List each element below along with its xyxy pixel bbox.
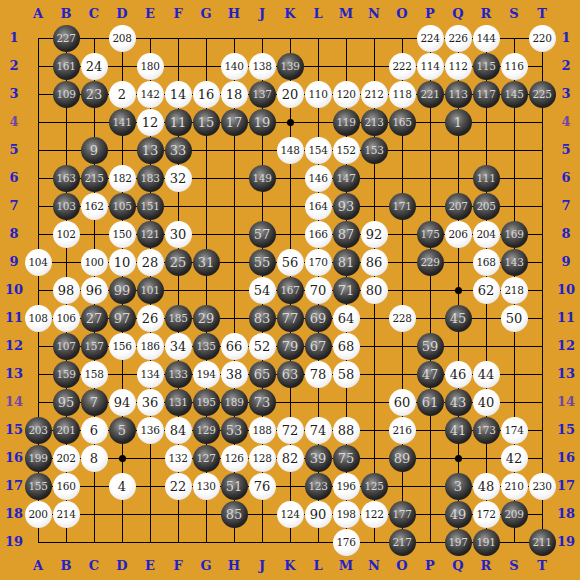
stone-O4-black: 165	[389, 109, 416, 136]
stone-move-number: 201	[57, 424, 76, 436]
stone-move-number: 189	[225, 396, 244, 408]
row-label-right-7[interactable]: 7	[553, 198, 579, 214]
row-label-left-16[interactable]: 16	[1, 450, 27, 466]
stone-P12-black: 59	[417, 333, 444, 360]
stone-B11-white: 106	[53, 305, 80, 332]
stone-A15-black: 203	[25, 417, 52, 444]
stone-L15-white: 74	[305, 417, 332, 444]
stone-D9-white: 10	[109, 249, 136, 276]
stone-move-number: 87	[338, 227, 355, 242]
stone-Q4-black: 1	[445, 109, 472, 136]
col-label-bottom-G[interactable]: G	[196, 558, 216, 574]
stone-K10-black: 167	[277, 277, 304, 304]
stone-move-number: 148	[281, 144, 300, 156]
stone-move-number: 221	[421, 88, 440, 100]
stone-P2-white: 114	[417, 53, 444, 80]
stone-move-number: 80	[366, 283, 383, 298]
stone-E2-white: 180	[137, 53, 164, 80]
stone-move-number: 206	[449, 228, 468, 240]
row-label-left-6[interactable]: 6	[1, 170, 27, 186]
stone-D17-white: 4	[109, 473, 136, 500]
col-label-bottom-C[interactable]: C	[84, 558, 104, 574]
col-label-bottom-B[interactable]: B	[56, 558, 76, 574]
row-label-left-1[interactable]: 1	[1, 30, 27, 46]
stone-move-number: 135	[197, 340, 216, 352]
stone-move-number: 75	[338, 451, 355, 466]
stone-E15-white: 136	[137, 417, 164, 444]
stone-move-number: 216	[393, 424, 412, 436]
stone-M18-white: 198	[333, 501, 360, 528]
row-label-right-6[interactable]: 6	[553, 170, 579, 186]
stone-R15-black: 173	[473, 417, 500, 444]
stone-E8-black: 121	[137, 221, 164, 248]
stone-move-number: 126	[225, 452, 244, 464]
stone-Q1-white: 226	[445, 25, 472, 52]
stone-E4-white: 12	[137, 109, 164, 136]
stone-F13-black: 133	[165, 361, 192, 388]
stone-Q19-black: 197	[445, 529, 472, 556]
col-label-top-S[interactable]: S	[504, 6, 524, 22]
col-label-top-D[interactable]: D	[112, 6, 132, 22]
stone-move-number: 26	[142, 311, 159, 326]
row-label-right-14[interactable]: 14	[553, 394, 579, 410]
col-label-top-O[interactable]: O	[392, 6, 412, 22]
stone-move-number: 5	[118, 423, 126, 438]
col-label-bottom-K[interactable]: K	[280, 558, 300, 574]
col-label-bottom-P[interactable]: P	[420, 558, 440, 574]
stone-move-number: 167	[281, 284, 300, 296]
stone-move-number: 76	[254, 479, 271, 494]
stone-F15-white: 84	[165, 417, 192, 444]
stone-move-number: 78	[310, 367, 327, 382]
stone-N8-white: 92	[361, 221, 388, 248]
col-label-top-F[interactable]: F	[168, 6, 188, 22]
stone-C10-white: 96	[81, 277, 108, 304]
stone-move-number: 229	[421, 256, 440, 268]
stone-move-number: 14	[170, 87, 187, 102]
col-label-bottom-E[interactable]: E	[140, 558, 160, 574]
stone-L11-black: 69	[305, 305, 332, 332]
stone-C13-white: 158	[81, 361, 108, 388]
stone-G16-black: 127	[193, 445, 220, 472]
stone-J9-black: 55	[249, 249, 276, 276]
stone-move-number: 71	[338, 283, 355, 298]
stone-L16-black: 39	[305, 445, 332, 472]
col-label-top-Q[interactable]: Q	[448, 6, 468, 22]
stone-move-number: 175	[421, 228, 440, 240]
stone-C14-black: 7	[81, 389, 108, 416]
stone-M9-black: 81	[333, 249, 360, 276]
stone-move-number: 212	[365, 88, 384, 100]
row-label-right-5[interactable]: 5	[553, 142, 579, 158]
stone-A9-white: 104	[25, 249, 52, 276]
col-label-top-T[interactable]: T	[532, 6, 552, 22]
row-label-right-18[interactable]: 18	[553, 506, 579, 522]
stone-E10-black: 101	[137, 277, 164, 304]
stone-move-number: 58	[338, 367, 355, 382]
stone-B2-black: 161	[53, 53, 80, 80]
col-label-top-L[interactable]: L	[308, 6, 328, 22]
col-label-top-R[interactable]: R	[476, 6, 496, 22]
row-label-left-12[interactable]: 12	[1, 338, 27, 354]
stone-L9-white: 170	[305, 249, 332, 276]
stone-G12-black: 135	[193, 333, 220, 360]
stone-move-number: 198	[337, 508, 356, 520]
stone-move-number: 218	[505, 284, 524, 296]
stone-move-number: 160	[57, 480, 76, 492]
row-label-right-1[interactable]: 1	[553, 30, 579, 46]
stone-K11-black: 77	[277, 305, 304, 332]
col-label-bottom-F[interactable]: F	[168, 558, 188, 574]
row-label-left-10[interactable]: 10	[1, 282, 27, 298]
stone-move-number: 172	[477, 508, 496, 520]
stone-M16-black: 75	[333, 445, 360, 472]
row-label-left-2[interactable]: 2	[1, 58, 27, 74]
row-label-right-3[interactable]: 3	[553, 86, 579, 102]
stone-B18-white: 214	[53, 501, 80, 528]
col-label-top-N[interactable]: N	[364, 6, 384, 22]
stone-K3-white: 20	[277, 81, 304, 108]
stone-G9-black: 31	[193, 249, 220, 276]
stone-move-number: 19	[254, 115, 271, 130]
stone-D11-black: 97	[109, 305, 136, 332]
row-label-right-12[interactable]: 12	[553, 338, 579, 354]
stone-move-number: 214	[57, 508, 76, 520]
stone-move-number: 28	[142, 255, 159, 270]
stone-N3-white: 212	[361, 81, 388, 108]
col-label-bottom-A[interactable]: A	[28, 558, 48, 574]
stone-move-number: 102	[57, 228, 76, 240]
stone-move-number: 20	[282, 87, 299, 102]
row-label-left-9[interactable]: 9	[1, 254, 27, 270]
stone-move-number: 199	[29, 452, 48, 464]
stone-move-number: 77	[282, 311, 299, 326]
stone-move-number: 122	[365, 508, 384, 520]
stone-move-number: 9	[90, 143, 98, 158]
stone-move-number: 141	[113, 116, 132, 128]
stone-move-number: 100	[85, 256, 104, 268]
stone-move-number: 46	[450, 367, 467, 382]
stone-S18-black: 209	[501, 501, 528, 528]
row-label-right-9[interactable]: 9	[553, 254, 579, 270]
stone-J6-black: 149	[249, 165, 276, 192]
stone-move-number: 109	[57, 88, 76, 100]
stone-move-number: 69	[310, 311, 327, 326]
stone-Q11-black: 45	[445, 305, 472, 332]
col-label-top-J[interactable]: J	[252, 6, 272, 22]
stone-move-number: 43	[450, 395, 467, 410]
stone-move-number: 147	[337, 172, 356, 184]
stone-move-number: 202	[57, 452, 76, 464]
stone-R3-black: 117	[473, 81, 500, 108]
row-label-right-13[interactable]: 13	[553, 366, 579, 382]
stone-G14-black: 195	[193, 389, 220, 416]
stone-O14-white: 60	[389, 389, 416, 416]
stone-move-number: 144	[477, 32, 496, 44]
stone-J3-black: 137	[249, 81, 276, 108]
stone-move-number: 171	[393, 200, 412, 212]
stone-L3-white: 110	[305, 81, 332, 108]
stone-move-number: 84	[170, 423, 187, 438]
col-label-top-C[interactable]: C	[84, 6, 104, 22]
stone-move-number: 186	[141, 340, 160, 352]
stone-O11-white: 228	[389, 305, 416, 332]
stone-move-number: 89	[394, 451, 411, 466]
row-label-left-11[interactable]: 11	[1, 310, 27, 326]
stone-move-number: 8	[90, 451, 98, 466]
stone-move-number: 93	[338, 199, 355, 214]
stone-A16-black: 199	[25, 445, 52, 472]
col-label-bottom-S[interactable]: S	[504, 558, 524, 574]
stone-move-number: 200	[29, 508, 48, 520]
star-point-D16	[119, 455, 126, 462]
stone-move-number: 156	[113, 340, 132, 352]
stone-E9-white: 28	[137, 249, 164, 276]
stone-move-number: 125	[365, 480, 384, 492]
stone-move-number: 88	[338, 423, 355, 438]
row-label-right-19[interactable]: 19	[553, 534, 579, 550]
stone-B10-white: 98	[53, 277, 80, 304]
stone-move-number: 143	[505, 256, 524, 268]
col-label-bottom-M[interactable]: M	[336, 558, 356, 574]
col-label-bottom-T[interactable]: T	[532, 558, 552, 574]
row-label-left-15[interactable]: 15	[1, 422, 27, 438]
row-label-left-8[interactable]: 8	[1, 226, 27, 242]
row-label-right-17[interactable]: 17	[553, 478, 579, 494]
stone-move-number: 25	[170, 255, 187, 270]
row-label-left-17[interactable]: 17	[1, 478, 27, 494]
stone-K18-white: 124	[277, 501, 304, 528]
stone-move-number: 145	[505, 88, 524, 100]
stone-move-number: 119	[337, 116, 356, 128]
stone-M4-black: 119	[333, 109, 360, 136]
stone-move-number: 39	[310, 451, 327, 466]
col-label-bottom-Q[interactable]: Q	[448, 558, 468, 574]
col-label-top-K[interactable]: K	[280, 6, 300, 22]
stone-move-number: 6	[90, 423, 98, 438]
stone-B8-white: 102	[53, 221, 80, 248]
stone-F3-white: 14	[165, 81, 192, 108]
stone-move-number: 136	[141, 424, 160, 436]
row-label-right-15[interactable]: 15	[553, 422, 579, 438]
stone-move-number: 114	[421, 60, 440, 72]
stone-move-number: 174	[505, 424, 524, 436]
stone-R13-white: 44	[473, 361, 500, 388]
stone-move-number: 138	[253, 60, 272, 72]
stone-S9-black: 143	[501, 249, 528, 276]
stone-move-number: 66	[226, 339, 243, 354]
stone-J14-black: 73	[249, 389, 276, 416]
row-label-left-19[interactable]: 19	[1, 534, 27, 550]
stone-move-number: 113	[449, 88, 468, 100]
stone-P3-black: 221	[417, 81, 444, 108]
stone-move-number: 108	[29, 312, 48, 324]
col-label-bottom-N[interactable]: N	[364, 558, 384, 574]
row-label-right-10[interactable]: 10	[553, 282, 579, 298]
stone-D12-white: 156	[109, 333, 136, 360]
stone-A18-white: 200	[25, 501, 52, 528]
stone-move-number: 18	[226, 87, 243, 102]
row-label-left-18[interactable]: 18	[1, 506, 27, 522]
stone-D10-black: 99	[109, 277, 136, 304]
col-label-bottom-R[interactable]: R	[476, 558, 496, 574]
stone-move-number: 22	[170, 479, 187, 494]
stone-move-number: 210	[505, 480, 524, 492]
stone-move-number: 168	[477, 256, 496, 268]
stone-C16-white: 8	[81, 445, 108, 472]
stone-O15-white: 216	[389, 417, 416, 444]
go-board: AABBCCDDEEFFGGHHJJKKLLMMNNOOPPQQRRSSTT11…	[0, 0, 580, 580]
stone-L12-black: 67	[305, 333, 332, 360]
stone-R8-white: 204	[473, 221, 500, 248]
stone-O2-white: 222	[389, 53, 416, 80]
stone-K15-white: 72	[277, 417, 304, 444]
stone-S3-black: 145	[501, 81, 528, 108]
stone-move-number: 220	[533, 32, 552, 44]
stone-F17-white: 22	[165, 473, 192, 500]
stone-move-number: 79	[282, 339, 299, 354]
stone-move-number: 207	[449, 200, 468, 212]
row-label-right-2[interactable]: 2	[553, 58, 579, 74]
stone-S2-white: 116	[501, 53, 528, 80]
row-label-right-11[interactable]: 11	[553, 310, 579, 326]
row-label-right-4[interactable]: 4	[553, 114, 579, 130]
stone-move-number: 173	[477, 424, 496, 436]
col-label-top-A[interactable]: A	[28, 6, 48, 22]
row-label-left-13[interactable]: 13	[1, 366, 27, 382]
stone-M8-black: 87	[333, 221, 360, 248]
star-point-Q16	[455, 455, 462, 462]
col-label-top-P[interactable]: P	[420, 6, 440, 22]
col-label-bottom-D[interactable]: D	[112, 558, 132, 574]
stone-Q17-black: 3	[445, 473, 472, 500]
stone-move-number: 127	[197, 452, 216, 464]
stone-M19-white: 176	[333, 529, 360, 556]
stone-move-number: 115	[477, 60, 496, 72]
stone-move-number: 7	[90, 395, 98, 410]
stone-move-number: 185	[169, 312, 188, 324]
stone-move-number: 33	[170, 143, 187, 158]
stone-M3-white: 120	[333, 81, 360, 108]
col-label-top-M[interactable]: M	[336, 6, 356, 22]
stone-move-number: 55	[254, 255, 271, 270]
col-label-top-G[interactable]: G	[196, 6, 216, 22]
stone-move-number: 101	[141, 284, 160, 296]
col-label-bottom-L[interactable]: L	[308, 558, 328, 574]
col-label-top-H[interactable]: H	[224, 6, 244, 22]
stone-P9-black: 229	[417, 249, 444, 276]
col-label-top-B[interactable]: B	[56, 6, 76, 22]
stone-move-number: 81	[338, 255, 355, 270]
stone-B13-black: 159	[53, 361, 80, 388]
stone-B6-black: 163	[53, 165, 80, 192]
stone-move-number: 53	[226, 423, 243, 438]
stone-move-number: 2	[118, 87, 126, 102]
stone-move-number: 170	[309, 256, 328, 268]
stone-R1-white: 144	[473, 25, 500, 52]
stone-O3-white: 118	[389, 81, 416, 108]
stone-move-number: 47	[422, 367, 439, 382]
stone-move-number: 12	[142, 115, 159, 130]
stone-move-number: 149	[253, 172, 272, 184]
stone-K2-black: 139	[277, 53, 304, 80]
stone-R10-white: 62	[473, 277, 500, 304]
stone-J11-black: 83	[249, 305, 276, 332]
stone-move-number: 130	[197, 480, 216, 492]
stone-move-number: 180	[141, 60, 160, 72]
stone-Q14-black: 43	[445, 389, 472, 416]
stone-move-number: 16	[198, 87, 215, 102]
stone-move-number: 205	[477, 200, 496, 212]
stone-move-number: 226	[449, 32, 468, 44]
stone-move-number: 169	[505, 228, 524, 240]
stone-move-number: 54	[254, 283, 271, 298]
stone-move-number: 31	[198, 255, 215, 270]
stone-move-number: 52	[254, 339, 271, 354]
stone-move-number: 204	[477, 228, 496, 240]
stone-move-number: 116	[505, 60, 524, 72]
row-label-left-5[interactable]: 5	[1, 142, 27, 158]
stone-M5-white: 152	[333, 137, 360, 164]
stone-N9-white: 86	[361, 249, 388, 276]
stone-move-number: 34	[170, 339, 187, 354]
stone-D6-white: 182	[109, 165, 136, 192]
stone-A17-black: 155	[25, 473, 52, 500]
row-label-left-7[interactable]: 7	[1, 198, 27, 214]
stone-B7-black: 103	[53, 193, 80, 220]
stone-C15-white: 6	[81, 417, 108, 444]
stone-L18-white: 90	[305, 501, 332, 528]
stone-J17-white: 76	[249, 473, 276, 500]
stone-move-number: 56	[282, 255, 299, 270]
stone-C3-black: 23	[81, 81, 108, 108]
row-label-left-14[interactable]: 14	[1, 394, 27, 410]
stone-S15-white: 174	[501, 417, 528, 444]
stone-move-number: 64	[338, 311, 355, 326]
stone-move-number: 73	[254, 395, 271, 410]
stone-move-number: 59	[422, 339, 439, 354]
row-label-left-4[interactable]: 4	[1, 114, 27, 130]
stone-move-number: 163	[57, 172, 76, 184]
stone-Q2-white: 112	[445, 53, 472, 80]
stone-move-number: 96	[86, 283, 103, 298]
stone-move-number: 60	[394, 395, 411, 410]
row-label-right-16[interactable]: 16	[553, 450, 579, 466]
stone-C7-white: 162	[81, 193, 108, 220]
stone-C6-black: 215	[81, 165, 108, 192]
stone-P13-black: 47	[417, 361, 444, 388]
stone-G3-white: 16	[193, 81, 220, 108]
stone-move-number: 13	[142, 143, 159, 158]
stone-D14-white: 94	[109, 389, 136, 416]
stone-H2-white: 140	[221, 53, 248, 80]
stone-O16-black: 89	[389, 445, 416, 472]
col-label-bottom-H[interactable]: H	[224, 558, 244, 574]
row-label-right-8[interactable]: 8	[553, 226, 579, 242]
stone-M7-black: 93	[333, 193, 360, 220]
col-label-bottom-J[interactable]: J	[252, 558, 272, 574]
stone-F6-white: 32	[165, 165, 192, 192]
col-label-top-E[interactable]: E	[140, 6, 160, 22]
col-label-bottom-O[interactable]: O	[392, 558, 412, 574]
stone-H18-black: 85	[221, 501, 248, 528]
stone-M13-white: 58	[333, 361, 360, 388]
stone-move-number: 217	[393, 536, 412, 548]
stone-move-number: 15	[198, 115, 215, 130]
row-label-left-3[interactable]: 3	[1, 86, 27, 102]
stone-G13-white: 194	[193, 361, 220, 388]
stone-G15-black: 129	[193, 417, 220, 444]
